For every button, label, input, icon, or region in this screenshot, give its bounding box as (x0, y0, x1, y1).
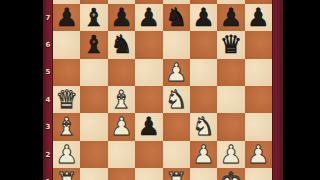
white-knight-f3: ♞ (190, 113, 217, 140)
black-pawn-f7: ♟ (190, 4, 217, 31)
square-c4: ♝ (108, 86, 135, 113)
square-a2: ♟ (53, 141, 80, 168)
white-queen-a4: ♛ (53, 86, 80, 113)
square-d2 (135, 141, 162, 168)
square-c7: ♟ (108, 4, 135, 31)
square-e3 (163, 113, 190, 140)
square-h6 (245, 31, 272, 58)
square-e7: ♞ (163, 4, 190, 31)
black-knight-c6: ♞ (108, 31, 135, 58)
white-pawn-c3: ♟ (108, 113, 135, 140)
rank-label-5: 5 (43, 59, 53, 86)
white-pawn-a2: ♟ (53, 141, 80, 168)
square-e1: ♜ (163, 168, 190, 180)
square-c5 (108, 59, 135, 86)
square-a4: ♛ (53, 86, 80, 113)
white-pawn-h2: ♟ (245, 141, 272, 168)
square-e2 (163, 141, 190, 168)
square-c1 (108, 168, 135, 180)
square-h4 (245, 86, 272, 113)
black-pawn-d7: ♟ (135, 4, 162, 31)
square-d1 (135, 168, 162, 180)
black-knight-e7: ♞ (163, 4, 190, 31)
square-d4 (135, 86, 162, 113)
square-b2 (80, 141, 107, 168)
square-b7: ♝ (80, 4, 107, 31)
square-d5 (135, 59, 162, 86)
rank-label-7: 7 (43, 4, 53, 31)
white-bishop-a3: ♝ (53, 113, 80, 140)
video-frame: ♜♚♜♟♝♟♟♞♟♟♟♝♞♛♟♛♝♞♝♟♟♞♟♟♟♟♜♜♚ 87654321 (0, 0, 320, 180)
square-f1 (190, 168, 217, 180)
square-b6: ♝ (80, 31, 107, 58)
square-a3: ♝ (53, 113, 80, 140)
black-bishop-b6: ♝ (80, 31, 107, 58)
white-pawn-e5: ♟ (163, 59, 190, 86)
square-g3 (217, 113, 244, 140)
black-pawn-a7: ♟ (53, 4, 80, 31)
black-pawn-d3: ♟ (135, 113, 162, 140)
square-c3: ♟ (108, 113, 135, 140)
square-f4 (190, 86, 217, 113)
black-bishop-b7: ♝ (80, 4, 107, 31)
square-e5: ♟ (163, 59, 190, 86)
square-e6 (163, 31, 190, 58)
square-c2 (108, 141, 135, 168)
square-g5 (217, 59, 244, 86)
square-f7: ♟ (190, 4, 217, 31)
square-d7: ♟ (135, 4, 162, 31)
square-a7: ♟ (53, 4, 80, 31)
black-pawn-c7: ♟ (108, 4, 135, 31)
white-bishop-c4: ♝ (108, 86, 135, 113)
square-b5 (80, 59, 107, 86)
square-b3 (80, 113, 107, 140)
white-pawn-g2: ♟ (217, 141, 244, 168)
square-g1: ♚ (217, 168, 244, 180)
rank-label-4: 4 (43, 86, 53, 113)
square-h1 (245, 168, 272, 180)
black-pawn-g7: ♟ (217, 4, 244, 31)
square-f2: ♟ (190, 141, 217, 168)
black-pawn-h7: ♟ (245, 4, 272, 31)
black-queen-g6: ♛ (217, 31, 244, 58)
white-king-g1: ♚ (217, 168, 244, 180)
square-g6: ♛ (217, 31, 244, 58)
rank-label-2: 2 (43, 141, 53, 168)
white-knight-e4: ♞ (163, 86, 190, 113)
square-h5 (245, 59, 272, 86)
square-f3: ♞ (190, 113, 217, 140)
rank-label-3: 3 (43, 113, 53, 140)
square-f6 (190, 31, 217, 58)
square-g4 (217, 86, 244, 113)
white-pawn-f2: ♟ (190, 141, 217, 168)
square-a5 (53, 59, 80, 86)
white-rook-e1: ♜ (163, 168, 190, 180)
square-a1: ♜ (53, 168, 80, 180)
square-g7: ♟ (217, 4, 244, 31)
square-c6: ♞ (108, 31, 135, 58)
rank-label-1: 1 (43, 168, 53, 180)
square-h3 (245, 113, 272, 140)
rank-label-6: 6 (43, 31, 53, 58)
square-a6 (53, 31, 80, 58)
square-d3: ♟ (135, 113, 162, 140)
square-d6 (135, 31, 162, 58)
square-e4: ♞ (163, 86, 190, 113)
square-h7: ♟ (245, 4, 272, 31)
square-g2: ♟ (217, 141, 244, 168)
square-f5 (190, 59, 217, 86)
square-b1 (80, 168, 107, 180)
white-rook-a1: ♜ (53, 168, 80, 180)
chess-board: ♜♚♜♟♝♟♟♞♟♟♟♝♞♛♟♛♝♞♝♟♟♞♟♟♟♟♜♜♚ (53, 0, 272, 180)
square-h2: ♟ (245, 141, 272, 168)
square-b4 (80, 86, 107, 113)
